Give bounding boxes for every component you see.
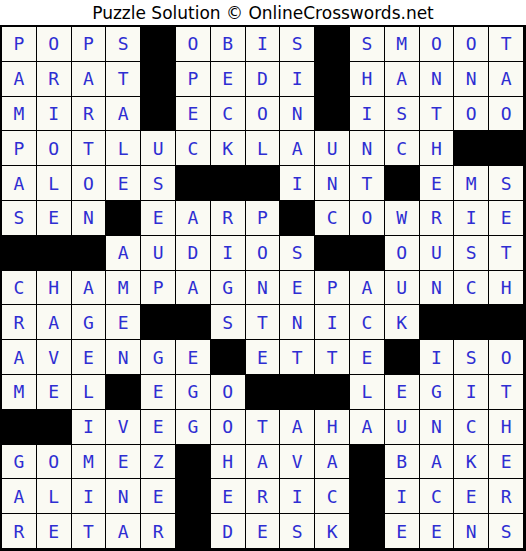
black-cell-r10c7: [211, 340, 246, 375]
cell-r8c6: A: [176, 271, 211, 306]
cell-r15c4: A: [106, 514, 141, 549]
cell-r8c3: A: [72, 271, 107, 306]
cell-r9c4: E: [106, 305, 141, 340]
cell-r13c15: E: [489, 445, 524, 480]
cell-r3c1: M: [2, 97, 37, 132]
cell-r1c14: O: [454, 27, 489, 62]
cell-r4c8: L: [246, 131, 281, 166]
cell-r3c3: R: [72, 97, 107, 132]
cell-r6c7: R: [211, 201, 246, 236]
cell-r15c3: T: [72, 514, 107, 549]
black-cell-r4c14: [454, 131, 489, 166]
cell-r2c4: T: [106, 62, 141, 97]
cell-r13c2: O: [37, 445, 72, 480]
cell-r8c14: C: [454, 271, 489, 306]
cell-r3c4: A: [106, 97, 141, 132]
cell-r2c11: H: [350, 62, 385, 97]
cell-r7c12: O: [385, 236, 420, 271]
black-cell-r7c2: [37, 236, 72, 271]
cell-r15c5: R: [141, 514, 176, 549]
cell-r13c7: H: [211, 445, 246, 480]
cell-r14c8: R: [246, 479, 281, 514]
cell-r9c7: S: [211, 305, 246, 340]
cell-r3c9: N: [280, 97, 315, 132]
cell-r7c15: T: [489, 236, 524, 271]
black-cell-r13c11: [350, 445, 385, 480]
black-cell-r3c5: [141, 97, 176, 132]
cell-r5c13: E: [420, 166, 455, 201]
black-cell-r3c10: [315, 97, 350, 132]
cell-r8c5: P: [141, 271, 176, 306]
cell-r7c14: S: [454, 236, 489, 271]
cell-r4c13: H: [420, 131, 455, 166]
black-cell-r5c7: [211, 166, 246, 201]
cell-r14c5: E: [141, 479, 176, 514]
black-cell-r11c10: [315, 375, 350, 410]
cell-r13c8: A: [246, 445, 281, 480]
cell-r2c14: N: [454, 62, 489, 97]
cell-r12c13: N: [420, 410, 455, 445]
cell-r12c7: O: [211, 410, 246, 445]
cell-r2c6: P: [176, 62, 211, 97]
cell-r6c14: I: [454, 201, 489, 236]
cell-r12c15: H: [489, 410, 524, 445]
cell-r14c9: I: [280, 479, 315, 514]
cell-r14c12: I: [385, 479, 420, 514]
cell-r10c3: E: [72, 340, 107, 375]
black-cell-r11c9: [280, 375, 315, 410]
black-cell-r11c8: [246, 375, 281, 410]
cell-r15c15: S: [489, 514, 524, 549]
cell-r1c12: M: [385, 27, 420, 62]
black-cell-r15c6: [176, 514, 211, 549]
cell-r8c10: P: [315, 271, 350, 306]
cell-r12c14: C: [454, 410, 489, 445]
cell-r10c5: G: [141, 340, 176, 375]
cell-r1c4: S: [106, 27, 141, 62]
cell-r6c1: S: [2, 201, 37, 236]
cell-r15c2: E: [37, 514, 72, 549]
cell-r11c7: O: [211, 375, 246, 410]
cell-r2c15: A: [489, 62, 524, 97]
cell-r15c14: N: [454, 514, 489, 549]
cell-r2c2: R: [37, 62, 72, 97]
cell-r10c13: I: [420, 340, 455, 375]
cell-r10c1: A: [2, 340, 37, 375]
cell-r12c4: V: [106, 410, 141, 445]
cell-r6c6: A: [176, 201, 211, 236]
cell-r13c9: V: [280, 445, 315, 480]
cell-r10c2: V: [37, 340, 72, 375]
cell-r11c6: G: [176, 375, 211, 410]
cell-r14c13: C: [420, 479, 455, 514]
cell-r5c2: L: [37, 166, 72, 201]
cell-r5c11: T: [350, 166, 385, 201]
page-title: Puzzle Solution © OnlineCrosswords.net: [0, 0, 526, 25]
cell-r9c12: K: [385, 305, 420, 340]
black-cell-r6c9: [280, 201, 315, 236]
cell-r10c14: S: [454, 340, 489, 375]
cell-r13c5: Z: [141, 445, 176, 480]
cell-r12c9: A: [280, 410, 315, 445]
cell-r4c3: T: [72, 131, 107, 166]
cell-r3c2: I: [37, 97, 72, 132]
cell-r10c11: E: [350, 340, 385, 375]
cell-r10c6: E: [176, 340, 211, 375]
black-cell-r2c10: [315, 62, 350, 97]
cell-r12c11: A: [350, 410, 385, 445]
cell-r15c13: E: [420, 514, 455, 549]
cell-r9c8: T: [246, 305, 281, 340]
black-cell-r12c2: [37, 410, 72, 445]
black-cell-r11c4: [106, 375, 141, 410]
cell-r6c11: O: [350, 201, 385, 236]
cell-r9c1: R: [2, 305, 37, 340]
cell-r15c12: E: [385, 514, 420, 549]
cell-r5c14: M: [454, 166, 489, 201]
cell-r5c15: S: [489, 166, 524, 201]
cell-r4c5: U: [141, 131, 176, 166]
cell-r5c10: N: [315, 166, 350, 201]
cell-r3c8: O: [246, 97, 281, 132]
cell-r9c2: A: [37, 305, 72, 340]
cell-r11c2: E: [37, 375, 72, 410]
black-cell-r7c3: [72, 236, 107, 271]
black-cell-r6c4: [106, 201, 141, 236]
black-cell-r14c6: [176, 479, 211, 514]
cell-r11c5: E: [141, 375, 176, 410]
black-cell-r9c15: [489, 305, 524, 340]
cell-r2c3: A: [72, 62, 107, 97]
black-cell-r7c10: [315, 236, 350, 271]
black-cell-r9c5: [141, 305, 176, 340]
cell-r6c13: R: [420, 201, 455, 236]
cell-r5c4: E: [106, 166, 141, 201]
cell-r14c14: E: [454, 479, 489, 514]
black-cell-r4c15: [489, 131, 524, 166]
cell-r15c7: D: [211, 514, 246, 549]
cell-r2c13: N: [420, 62, 455, 97]
cell-r3c15: O: [489, 97, 524, 132]
cell-r11c3: L: [72, 375, 107, 410]
cell-r4c12: C: [385, 131, 420, 166]
cell-r13c3: M: [72, 445, 107, 480]
cell-r5c5: S: [141, 166, 176, 201]
cell-r1c15: T: [489, 27, 524, 62]
cell-r13c14: K: [454, 445, 489, 480]
cell-r2c12: A: [385, 62, 420, 97]
cell-r12c5: E: [141, 410, 176, 445]
cell-r7c6: D: [176, 236, 211, 271]
cell-r10c15: O: [489, 340, 524, 375]
cell-r3c14: O: [454, 97, 489, 132]
cell-r9c11: C: [350, 305, 385, 340]
cell-r8c13: N: [420, 271, 455, 306]
cell-r1c13: O: [420, 27, 455, 62]
cell-r8c8: N: [246, 271, 281, 306]
black-cell-r5c6: [176, 166, 211, 201]
cell-r13c1: G: [2, 445, 37, 480]
cell-r1c3: P: [72, 27, 107, 62]
cell-r13c13: A: [420, 445, 455, 480]
black-cell-r5c8: [246, 166, 281, 201]
cell-r15c1: R: [2, 514, 37, 549]
black-cell-r12c1: [2, 410, 37, 445]
cell-r4c10: U: [315, 131, 350, 166]
cell-r14c15: R: [489, 479, 524, 514]
cell-r4c9: A: [280, 131, 315, 166]
black-cell-r9c14: [454, 305, 489, 340]
cell-r6c5: E: [141, 201, 176, 236]
cell-r7c9: S: [280, 236, 315, 271]
cell-r11c14: I: [454, 375, 489, 410]
cell-r12c3: I: [72, 410, 107, 445]
cell-r11c15: T: [489, 375, 524, 410]
cell-r8c4: M: [106, 271, 141, 306]
black-cell-r5c12: [385, 166, 420, 201]
cell-r2c8: D: [246, 62, 281, 97]
cell-r7c4: A: [106, 236, 141, 271]
black-cell-r7c11: [350, 236, 385, 271]
cell-r12c10: H: [315, 410, 350, 445]
cell-r6c15: E: [489, 201, 524, 236]
cell-r9c9: N: [280, 305, 315, 340]
cell-r5c1: A: [2, 166, 37, 201]
cell-r11c13: G: [420, 375, 455, 410]
cell-r4c2: O: [37, 131, 72, 166]
cell-r8c9: E: [280, 271, 315, 306]
cell-r4c11: N: [350, 131, 385, 166]
cell-r6c10: C: [315, 201, 350, 236]
cell-r2c7: E: [211, 62, 246, 97]
cell-r8c15: H: [489, 271, 524, 306]
cell-r14c2: L: [37, 479, 72, 514]
cell-r14c3: I: [72, 479, 107, 514]
cell-r1c9: S: [280, 27, 315, 62]
cell-r13c4: E: [106, 445, 141, 480]
cell-r13c10: A: [315, 445, 350, 480]
black-cell-r7c1: [2, 236, 37, 271]
cell-r14c10: C: [315, 479, 350, 514]
cell-r12c8: T: [246, 410, 281, 445]
black-cell-r1c5: [141, 27, 176, 62]
cell-r8c12: U: [385, 271, 420, 306]
cell-r10c8: E: [246, 340, 281, 375]
cell-r3c12: S: [385, 97, 420, 132]
cell-r4c6: C: [176, 131, 211, 166]
cell-r12c6: G: [176, 410, 211, 445]
cell-r14c1: A: [2, 479, 37, 514]
cell-r15c9: S: [280, 514, 315, 549]
black-cell-r15c11: [350, 514, 385, 549]
puzzle-solution-page: Puzzle Solution © OnlineCrosswords.net P…: [0, 0, 526, 551]
cell-r3c6: E: [176, 97, 211, 132]
cell-r13c12: B: [385, 445, 420, 480]
cell-r11c1: M: [2, 375, 37, 410]
cell-r10c10: T: [315, 340, 350, 375]
cell-r11c11: L: [350, 375, 385, 410]
cell-r15c10: K: [315, 514, 350, 549]
crossword-grid: POPSOBISSMOOTARATPEDIHANNAMIRAECONISTOOP…: [0, 25, 526, 551]
cell-r6c12: W: [385, 201, 420, 236]
cell-r15c8: E: [246, 514, 281, 549]
cell-r6c8: P: [246, 201, 281, 236]
cell-r10c9: T: [280, 340, 315, 375]
black-cell-r9c13: [420, 305, 455, 340]
cell-r7c5: U: [141, 236, 176, 271]
cell-r6c2: E: [37, 201, 72, 236]
cell-r4c4: L: [106, 131, 141, 166]
cell-r5c3: O: [72, 166, 107, 201]
cell-r2c1: A: [2, 62, 37, 97]
cell-r8c7: G: [211, 271, 246, 306]
black-cell-r10c12: [385, 340, 420, 375]
cell-r11c12: E: [385, 375, 420, 410]
cell-r6c3: N: [72, 201, 107, 236]
cell-r1c2: O: [37, 27, 72, 62]
cell-r1c8: I: [246, 27, 281, 62]
cell-r8c2: H: [37, 271, 72, 306]
black-cell-r2c5: [141, 62, 176, 97]
cell-r7c7: I: [211, 236, 246, 271]
cell-r5c9: I: [280, 166, 315, 201]
cell-r4c1: P: [2, 131, 37, 166]
cell-r3c13: T: [420, 97, 455, 132]
cell-r12c12: U: [385, 410, 420, 445]
cell-r9c3: G: [72, 305, 107, 340]
cell-r2c9: I: [280, 62, 315, 97]
black-cell-r13c6: [176, 445, 211, 480]
cell-r9c10: I: [315, 305, 350, 340]
cell-r3c7: C: [211, 97, 246, 132]
cell-r8c1: C: [2, 271, 37, 306]
cell-r4c7: K: [211, 131, 246, 166]
black-cell-r14c11: [350, 479, 385, 514]
cell-r7c13: U: [420, 236, 455, 271]
cell-r1c7: B: [211, 27, 246, 62]
cell-r8c11: A: [350, 271, 385, 306]
cell-r3c11: I: [350, 97, 385, 132]
cell-r7c8: O: [246, 236, 281, 271]
black-cell-r9c6: [176, 305, 211, 340]
cell-r1c1: P: [2, 27, 37, 62]
cell-r1c11: S: [350, 27, 385, 62]
cell-r10c4: N: [106, 340, 141, 375]
cell-r1c6: O: [176, 27, 211, 62]
black-cell-r1c10: [315, 27, 350, 62]
cell-r14c4: N: [106, 479, 141, 514]
cell-r14c7: E: [211, 479, 246, 514]
